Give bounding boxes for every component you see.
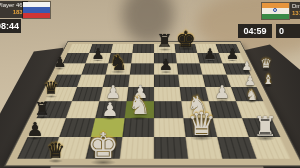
- right-player-move-clock: 0: [276, 24, 300, 38]
- black-n-c6[interactable]: ♞: [109, 52, 127, 72]
- captured-black-q[interactable]: ♛: [47, 141, 66, 162]
- square-f7[interactable]: [176, 53, 200, 63]
- black-k-f8[interactable]: ♚: [176, 28, 196, 50]
- square-e3[interactable]: [154, 101, 183, 117]
- black-p-b7[interactable]: ♟: [91, 46, 104, 61]
- square-f5[interactable]: [178, 74, 205, 87]
- square-e1[interactable]: [154, 137, 188, 159]
- captured-white-q[interactable]: ♛: [260, 57, 272, 70]
- white-k-c1[interactable]: ♚: [87, 129, 119, 165]
- right-player-rating: 131: [292, 10, 300, 17]
- square-b5[interactable]: [77, 74, 106, 87]
- black-r-e8[interactable]: ♜: [157, 32, 173, 50]
- square-d7[interactable]: [131, 53, 154, 63]
- captured-white-b[interactable]: ♝: [262, 73, 274, 86]
- square-e2[interactable]: [154, 118, 186, 137]
- square-d1[interactable]: [120, 137, 154, 159]
- captured-black-p[interactable]: ♟: [26, 120, 43, 139]
- captured-black-q[interactable]: ♛: [43, 80, 58, 97]
- captured-white-p[interactable]: ♟: [244, 74, 256, 87]
- square-b6[interactable]: [82, 63, 109, 74]
- left-player-clock: 08:44: [0, 19, 21, 33]
- square-d2[interactable]: [122, 118, 154, 137]
- captured-black-p[interactable]: ♟: [54, 55, 67, 69]
- captured-white-p[interactable]: ♟: [242, 60, 253, 72]
- black-p-e6[interactable]: ♟: [159, 57, 173, 72]
- square-b4[interactable]: [72, 87, 103, 101]
- white-n-d3[interactable]: ♞: [128, 94, 150, 119]
- square-d8[interactable]: [132, 44, 154, 53]
- square-b3[interactable]: [66, 101, 99, 117]
- ashoka-chakra-icon: [273, 8, 277, 12]
- white-p-c3[interactable]: ♟: [102, 100, 119, 119]
- captured-white-n[interactable]: ♞: [246, 88, 259, 102]
- russia-flag-icon: [23, 2, 50, 18]
- square-e4[interactable]: [154, 87, 181, 101]
- captured-black-r[interactable]: ♜: [34, 100, 50, 118]
- square-d6[interactable]: [130, 63, 154, 74]
- right-player-panel: Dm 131: [290, 2, 300, 19]
- game-screen: ♜♚♟♟♟♞♟♟♟♟♟♞♞♛♜♚♟♛♜♟♛♟♛♟♝♞ Player 460 18…: [0, 0, 300, 168]
- square-e5[interactable]: [154, 74, 180, 87]
- india-flag-icon: [262, 3, 289, 19]
- right-player-name: Dm: [292, 3, 300, 10]
- white-q-f2[interactable]: ♛: [187, 108, 216, 140]
- black-p-h7[interactable]: ♟: [226, 46, 239, 61]
- white-r-h2[interactable]: ♜: [253, 113, 277, 140]
- square-f6[interactable]: [177, 63, 202, 74]
- white-p-g4[interactable]: ♟: [214, 84, 230, 102]
- right-player-clock: 04:59: [238, 24, 272, 38]
- black-p-g7[interactable]: ♟: [204, 46, 217, 61]
